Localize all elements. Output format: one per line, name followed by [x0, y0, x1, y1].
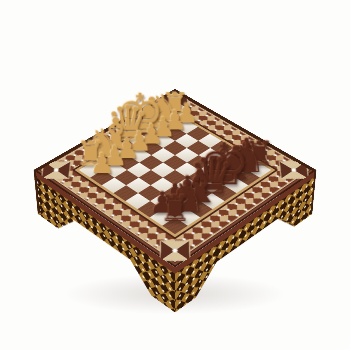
chess-box: ♜♟♞♟♝♟♚♟♛♟♝♟♟♞♜♟♟♜♞♟♟♝♟♚♟♛♟♝♟♞♟♜ [34, 89, 317, 268]
mosaic-corner-motif [163, 94, 187, 108]
white-pawn[interactable]: ♟ [70, 149, 135, 177]
black-rook[interactable]: ♜ [141, 190, 209, 226]
mosaic-corner-motif [161, 241, 189, 260]
product-photo-scene: ♜♟♞♟♝♟♚♟♛♟♝♟♟♞♜♟♟♜♞♟♟♝♟♚♟♛♟♝♟♞♟♜ [0, 0, 350, 350]
board-square-light[interactable] [102, 178, 126, 194]
